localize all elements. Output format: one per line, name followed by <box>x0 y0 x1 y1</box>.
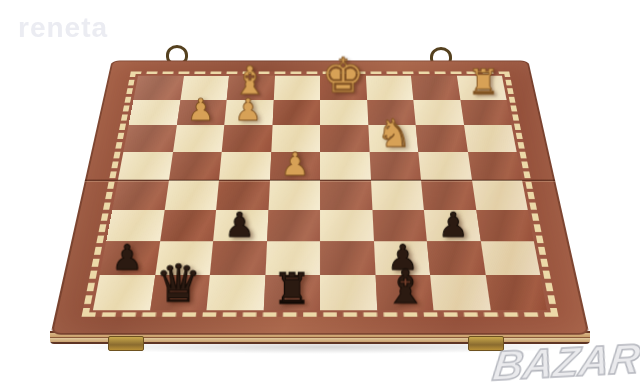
square-r3c2[interactable] <box>173 125 225 152</box>
square-r1c6[interactable] <box>365 76 413 100</box>
square-r6c7[interactable]: ♟ <box>424 210 480 242</box>
hinge-left <box>108 336 144 351</box>
square-r6c3[interactable]: ♟ <box>213 210 268 242</box>
square-r6c5[interactable] <box>320 210 373 242</box>
square-r6c4[interactable] <box>267 210 320 242</box>
board-frame: ♝♚♜♟♟♞♟♟♟♟♟♛♜♝ <box>50 61 589 335</box>
square-r4c5[interactable] <box>320 152 371 180</box>
square-r3c5[interactable] <box>320 125 369 152</box>
black-queen[interactable]: ♛ <box>155 260 201 309</box>
square-r8c1[interactable] <box>93 275 155 310</box>
white-pawn[interactable]: ♟ <box>187 96 214 125</box>
black-pawn[interactable]: ♟ <box>112 241 143 274</box>
square-r7c1[interactable]: ♟ <box>100 241 160 274</box>
white-pawn[interactable]: ♟ <box>235 96 262 125</box>
square-r2c2[interactable]: ♟ <box>176 100 226 125</box>
square-r1c7[interactable] <box>411 76 460 100</box>
square-r3c7[interactable] <box>416 125 468 152</box>
square-r4c8[interactable] <box>467 152 522 180</box>
chess-board: ♝♚♜♟♟♞♟♟♟♟♟♛♜♝ <box>50 61 589 335</box>
square-r5c1[interactable] <box>112 180 168 210</box>
square-r5c8[interactable] <box>472 180 528 210</box>
white-knight[interactable]: ♞ <box>376 114 411 151</box>
border-inlay-strip: ♝♚♜♟♟♞♟♟♟♟♟♛♜♝ <box>82 71 559 316</box>
white-pawn[interactable]: ♟ <box>280 149 309 179</box>
square-r8c4[interactable]: ♜ <box>263 275 320 310</box>
square-r5c4[interactable] <box>268 180 320 210</box>
square-r7c8[interactable] <box>480 241 540 274</box>
square-r3c6[interactable]: ♞ <box>368 125 418 152</box>
square-r1c4[interactable] <box>273 76 320 100</box>
square-r8c3[interactable] <box>206 275 264 310</box>
white-king[interactable]: ♚ <box>322 54 365 100</box>
square-r8c6[interactable]: ♝ <box>375 275 433 310</box>
square-r8c2[interactable]: ♛ <box>150 275 210 310</box>
square-r6c8[interactable] <box>476 210 534 242</box>
square-r4c7[interactable] <box>418 152 471 180</box>
square-r3c1[interactable] <box>123 125 176 152</box>
square-r1c5[interactable]: ♚ <box>320 76 367 100</box>
square-r2c5[interactable] <box>320 100 368 125</box>
square-r2c1[interactable] <box>129 100 181 125</box>
square-r1c8[interactable]: ♜ <box>456 76 506 100</box>
square-r4c1[interactable] <box>118 152 173 180</box>
square-r7c5[interactable] <box>320 241 375 274</box>
square-r8c5[interactable] <box>320 275 377 310</box>
square-r4c2[interactable] <box>169 152 222 180</box>
watermark-reneta: reneta <box>18 12 108 44</box>
square-r4c4[interactable]: ♟ <box>270 152 321 180</box>
black-pawn[interactable]: ♟ <box>438 209 468 241</box>
square-r1c1[interactable] <box>133 76 183 100</box>
square-r6c2[interactable] <box>160 210 216 242</box>
square-r4c6[interactable] <box>369 152 421 180</box>
white-rook[interactable]: ♜ <box>467 66 498 99</box>
square-r7c3[interactable] <box>210 241 267 274</box>
square-r8c7[interactable] <box>430 275 490 310</box>
photo-canvas: { "game": "chess", "scene": { "descripti… <box>0 0 640 384</box>
square-r2c3[interactable]: ♟ <box>224 100 273 125</box>
square-r3c3[interactable] <box>222 125 272 152</box>
square-r2c7[interactable] <box>413 100 463 125</box>
black-pawn[interactable]: ♟ <box>225 209 255 241</box>
square-r2c8[interactable] <box>460 100 512 125</box>
square-r3c8[interactable] <box>464 125 517 152</box>
black-bishop[interactable]: ♝ <box>384 265 426 310</box>
square-r7c7[interactable] <box>427 241 485 274</box>
square-r8c8[interactable] <box>485 275 547 310</box>
square-r4c3[interactable] <box>219 152 271 180</box>
square-r5c6[interactable] <box>371 180 424 210</box>
square-r2c4[interactable] <box>272 100 320 125</box>
black-rook[interactable]: ♜ <box>272 269 310 310</box>
watermark-bazar: BAZAR <box>490 334 640 384</box>
square-r5c5[interactable] <box>320 180 372 210</box>
square-r5c2[interactable] <box>164 180 219 210</box>
board-grid: ♝♚♜♟♟♞♟♟♟♟♟♛♜♝ <box>93 76 547 311</box>
scene: ♝♚♜♟♟♞♟♟♟♟♟♛♜♝ <box>10 30 630 330</box>
